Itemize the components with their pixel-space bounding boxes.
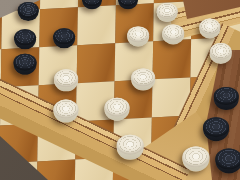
piece-dark-table[interactable] [214,87,239,110]
square-c3r1[interactable] [77,5,116,45]
square-c7r4[interactable] [227,111,240,151]
piece-light-c5r5[interactable] [117,135,144,160]
piece-dark-c1r0[interactable] [18,2,39,21]
piece-light-c5r3[interactable] [131,68,155,90]
square-c2r5[interactable] [37,160,76,180]
piece-dark-table[interactable] [203,117,229,141]
piece-light-c7r1[interactable] [199,19,220,39]
piece-light-c7r2[interactable] [210,43,232,64]
scene [0,0,240,180]
piece-light-c4r4[interactable] [105,98,130,121]
piece-light-c5r1[interactable] [127,26,149,46]
square-c1r5[interactable] [0,162,37,180]
piece-light-c2r3[interactable] [54,69,78,91]
piece-light-c6r1[interactable] [162,24,184,44]
piece-dark-table[interactable] [215,148,240,173]
square-c5r2[interactable] [153,39,192,79]
piece-light-c2r4[interactable] [53,100,78,123]
piece-dark-c1r2[interactable] [14,54,37,75]
piece-dark-c2r1[interactable] [53,28,75,48]
piece-light-c6r0[interactable] [157,3,178,22]
piece-dark-c1r1[interactable] [14,29,36,49]
square-c3r2[interactable] [77,43,116,83]
